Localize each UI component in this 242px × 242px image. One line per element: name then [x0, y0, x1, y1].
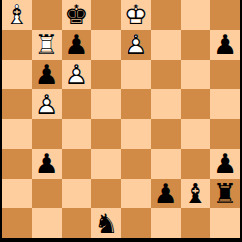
- white-rook-piece[interactable]: ♜♖: [32, 30, 62, 60]
- square-h1[interactable]: [210, 208, 240, 238]
- white-pawn-piece[interactable]: ♟♙: [121, 30, 151, 60]
- square-h2[interactable]: ♜: [210, 179, 240, 209]
- square-c5[interactable]: [62, 89, 92, 119]
- black-pawn-glyph: ♟: [62, 30, 92, 60]
- white-bishop-piece[interactable]: ♝♗: [2, 0, 32, 30]
- square-d4[interactable]: [91, 119, 121, 149]
- square-g4[interactable]: [181, 119, 211, 149]
- black-rook-piece[interactable]: ♜: [210, 179, 240, 209]
- square-e3[interactable]: [121, 149, 151, 179]
- black-pawn-glyph: ♟: [151, 179, 181, 209]
- square-d3[interactable]: [91, 149, 121, 179]
- white-pawn-outline-glyph: ♙: [62, 60, 92, 90]
- square-e8[interactable]: ♚♔: [121, 0, 151, 30]
- chess-board-frame: ♝♗♚♚♔♜♖♟♟♙♟♟♟♙♟♙♟♟♟♝♜♞: [0, 0, 242, 242]
- square-b7[interactable]: ♜♖: [32, 30, 62, 60]
- square-h8[interactable]: [210, 0, 240, 30]
- square-e2[interactable]: [121, 179, 151, 209]
- square-b5[interactable]: ♟♙: [32, 89, 62, 119]
- square-b3[interactable]: ♟: [32, 149, 62, 179]
- square-g8[interactable]: [181, 0, 211, 30]
- white-pawn-outline-glyph: ♙: [121, 30, 151, 60]
- square-a1[interactable]: [2, 208, 32, 238]
- square-h6[interactable]: [210, 60, 240, 90]
- square-b1[interactable]: [32, 208, 62, 238]
- square-f8[interactable]: [151, 0, 181, 30]
- white-king-piece[interactable]: ♚♔: [121, 0, 151, 30]
- square-b6[interactable]: ♟: [32, 60, 62, 90]
- white-rook-outline-glyph: ♖: [32, 30, 62, 60]
- white-bishop-outline-glyph: ♗: [2, 0, 32, 30]
- square-c4[interactable]: [62, 119, 92, 149]
- square-b4[interactable]: [32, 119, 62, 149]
- square-e5[interactable]: [121, 89, 151, 119]
- square-f7[interactable]: [151, 30, 181, 60]
- black-pawn-piece[interactable]: ♟: [210, 30, 240, 60]
- square-a4[interactable]: [2, 119, 32, 149]
- square-e4[interactable]: [121, 119, 151, 149]
- square-g5[interactable]: [181, 89, 211, 119]
- black-pawn-piece[interactable]: ♟: [151, 179, 181, 209]
- square-h5[interactable]: [210, 89, 240, 119]
- square-f4[interactable]: [151, 119, 181, 149]
- square-f5[interactable]: [151, 89, 181, 119]
- square-c2[interactable]: [62, 179, 92, 209]
- square-g3[interactable]: [181, 149, 211, 179]
- white-pawn-piece[interactable]: ♟♙: [62, 60, 92, 90]
- square-f1[interactable]: [151, 208, 181, 238]
- black-bishop-glyph: ♝: [181, 179, 211, 209]
- black-pawn-piece[interactable]: ♟: [62, 30, 92, 60]
- chess-board: ♝♗♚♚♔♜♖♟♟♙♟♟♟♙♟♙♟♟♟♝♜♞: [2, 0, 240, 238]
- square-e6[interactable]: [121, 60, 151, 90]
- black-rook-glyph: ♜: [210, 179, 240, 209]
- square-b8[interactable]: [32, 0, 62, 30]
- white-king-outline-glyph: ♔: [121, 0, 151, 30]
- square-a7[interactable]: [2, 30, 32, 60]
- white-pawn-outline-glyph: ♙: [32, 89, 62, 119]
- square-f3[interactable]: [151, 149, 181, 179]
- square-a2[interactable]: [2, 179, 32, 209]
- square-g1[interactable]: [181, 208, 211, 238]
- black-pawn-piece[interactable]: ♟: [32, 149, 62, 179]
- square-a8[interactable]: ♝♗: [2, 0, 32, 30]
- square-g2[interactable]: ♝: [181, 179, 211, 209]
- black-pawn-piece[interactable]: ♟: [210, 149, 240, 179]
- black-pawn-glyph: ♟: [32, 149, 62, 179]
- black-king-piece[interactable]: ♚: [62, 0, 92, 30]
- square-f2[interactable]: ♟: [151, 179, 181, 209]
- square-c8[interactable]: ♚: [62, 0, 92, 30]
- square-c6[interactable]: ♟♙: [62, 60, 92, 90]
- square-b2[interactable]: [32, 179, 62, 209]
- square-a3[interactable]: [2, 149, 32, 179]
- square-g7[interactable]: [181, 30, 211, 60]
- black-bishop-piece[interactable]: ♝: [181, 179, 211, 209]
- square-h4[interactable]: [210, 119, 240, 149]
- black-pawn-piece[interactable]: ♟: [32, 60, 62, 90]
- square-f6[interactable]: [151, 60, 181, 90]
- square-a5[interactable]: [2, 89, 32, 119]
- square-h7[interactable]: ♟: [210, 30, 240, 60]
- black-king-glyph: ♚: [62, 0, 92, 30]
- square-c3[interactable]: [62, 149, 92, 179]
- square-d6[interactable]: [91, 60, 121, 90]
- square-d8[interactable]: [91, 0, 121, 30]
- square-e7[interactable]: ♟♙: [121, 30, 151, 60]
- square-c7[interactable]: ♟: [62, 30, 92, 60]
- black-pawn-glyph: ♟: [210, 149, 240, 179]
- square-h3[interactable]: ♟: [210, 149, 240, 179]
- square-a6[interactable]: [2, 60, 32, 90]
- black-knight-piece[interactable]: ♞: [91, 208, 121, 238]
- square-d1[interactable]: ♞: [91, 208, 121, 238]
- black-pawn-glyph: ♟: [32, 60, 62, 90]
- black-knight-glyph: ♞: [91, 208, 121, 238]
- square-d7[interactable]: [91, 30, 121, 60]
- square-g6[interactable]: [181, 60, 211, 90]
- square-d2[interactable]: [91, 179, 121, 209]
- white-pawn-piece[interactable]: ♟♙: [32, 89, 62, 119]
- square-e1[interactable]: [121, 208, 151, 238]
- black-pawn-glyph: ♟: [210, 30, 240, 60]
- square-d5[interactable]: [91, 89, 121, 119]
- square-c1[interactable]: [62, 208, 92, 238]
